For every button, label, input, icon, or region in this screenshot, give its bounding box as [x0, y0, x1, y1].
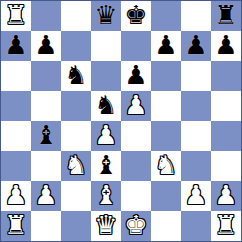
black-pawn[interactable]: ♟: [124, 61, 147, 90]
white-pawn[interactable]: ♟: [184, 181, 207, 210]
black-bishop[interactable]: ♝: [94, 151, 117, 180]
white-rook[interactable]: ♜: [4, 211, 27, 240]
square-b2[interactable]: ♟: [31, 181, 61, 211]
square-d2[interactable]: ♝: [91, 181, 121, 211]
square-e8[interactable]: ♚: [121, 1, 151, 31]
square-c8[interactable]: [61, 1, 91, 31]
square-g6[interactable]: [181, 61, 211, 91]
square-g5[interactable]: [181, 91, 211, 121]
white-pawn[interactable]: ♟: [4, 181, 27, 210]
square-f7[interactable]: ♟: [151, 31, 181, 61]
square-b3[interactable]: [31, 151, 61, 181]
square-h2[interactable]: ♟: [211, 181, 241, 211]
square-g2[interactable]: ♟: [181, 181, 211, 211]
square-a1[interactable]: ♜: [1, 211, 31, 241]
square-e5[interactable]: ♟: [121, 91, 151, 121]
square-h1[interactable]: ♜: [211, 211, 241, 241]
square-c6[interactable]: ♞: [61, 61, 91, 91]
square-d6[interactable]: [91, 61, 121, 91]
square-d7[interactable]: [91, 31, 121, 61]
square-h5[interactable]: [211, 91, 241, 121]
white-pawn[interactable]: ♟: [214, 181, 237, 210]
square-f8[interactable]: [151, 1, 181, 31]
square-f3[interactable]: ♞: [151, 151, 181, 181]
square-g1[interactable]: [181, 211, 211, 241]
square-e7[interactable]: [121, 31, 151, 61]
square-f2[interactable]: [151, 181, 181, 211]
black-knight[interactable]: ♞: [64, 61, 87, 90]
square-d8[interactable]: ♛: [91, 1, 121, 31]
black-pawn[interactable]: ♟: [184, 31, 207, 60]
square-d4[interactable]: ♟: [91, 121, 121, 151]
square-a3[interactable]: [1, 151, 31, 181]
square-c5[interactable]: [61, 91, 91, 121]
square-h7[interactable]: ♟: [211, 31, 241, 61]
square-d3[interactable]: ♝: [91, 151, 121, 181]
square-a2[interactable]: ♟: [1, 181, 31, 211]
square-f5[interactable]: [151, 91, 181, 121]
white-pawn[interactable]: ♟: [34, 181, 57, 210]
square-b8[interactable]: [31, 1, 61, 31]
square-c1[interactable]: [61, 211, 91, 241]
square-d5[interactable]: ♞: [91, 91, 121, 121]
black-bishop[interactable]: ♝: [34, 121, 57, 150]
square-g8[interactable]: [181, 1, 211, 31]
square-b7[interactable]: ♟: [31, 31, 61, 61]
square-e1[interactable]: ♚: [121, 211, 151, 241]
black-queen[interactable]: ♛: [94, 1, 117, 30]
white-queen[interactable]: ♛: [94, 211, 117, 240]
square-f1[interactable]: [151, 211, 181, 241]
white-bishop[interactable]: ♝: [94, 181, 117, 210]
square-b4[interactable]: ♝: [31, 121, 61, 151]
white-knight[interactable]: ♞: [64, 151, 87, 180]
square-f6[interactable]: [151, 61, 181, 91]
white-pawn[interactable]: ♟: [94, 121, 117, 150]
square-c3[interactable]: ♞: [61, 151, 91, 181]
white-knight[interactable]: ♞: [154, 151, 177, 180]
square-b6[interactable]: [31, 61, 61, 91]
square-a7[interactable]: ♟: [1, 31, 31, 61]
square-a8[interactable]: ♜: [1, 1, 31, 31]
white-king[interactable]: ♚: [124, 211, 147, 240]
square-e3[interactable]: [121, 151, 151, 181]
square-h3[interactable]: [211, 151, 241, 181]
chess-board: ♜♛♚♜♟♟♟♟♟♞♟♞♟♝♟♞♝♞♟♟♝♟♟♜♛♚♜: [0, 0, 242, 242]
square-d1[interactable]: ♛: [91, 211, 121, 241]
square-e6[interactable]: ♟: [121, 61, 151, 91]
square-e4[interactable]: [121, 121, 151, 151]
square-h4[interactable]: [211, 121, 241, 151]
square-a4[interactable]: [1, 121, 31, 151]
square-h6[interactable]: [211, 61, 241, 91]
square-b1[interactable]: [31, 211, 61, 241]
square-c7[interactable]: [61, 31, 91, 61]
square-g3[interactable]: [181, 151, 211, 181]
square-a5[interactable]: [1, 91, 31, 121]
black-pawn[interactable]: ♟: [154, 31, 177, 60]
black-pawn[interactable]: ♟: [214, 31, 237, 60]
white-rook[interactable]: ♜: [214, 211, 237, 240]
square-c2[interactable]: [61, 181, 91, 211]
square-c4[interactable]: [61, 121, 91, 151]
square-a6[interactable]: [1, 61, 31, 91]
white-pawn[interactable]: ♟: [124, 91, 147, 120]
square-g4[interactable]: [181, 121, 211, 151]
white-rook[interactable]: ♜: [4, 1, 27, 30]
square-f4[interactable]: [151, 121, 181, 151]
black-pawn[interactable]: ♟: [34, 31, 57, 60]
square-b5[interactable]: [31, 91, 61, 121]
square-e2[interactable]: [121, 181, 151, 211]
black-rook[interactable]: ♜: [214, 1, 237, 30]
black-pawn[interactable]: ♟: [4, 31, 27, 60]
square-h8[interactable]: ♜: [211, 1, 241, 31]
black-knight[interactable]: ♞: [94, 91, 117, 120]
square-g7[interactable]: ♟: [181, 31, 211, 61]
black-king[interactable]: ♚: [124, 1, 147, 30]
